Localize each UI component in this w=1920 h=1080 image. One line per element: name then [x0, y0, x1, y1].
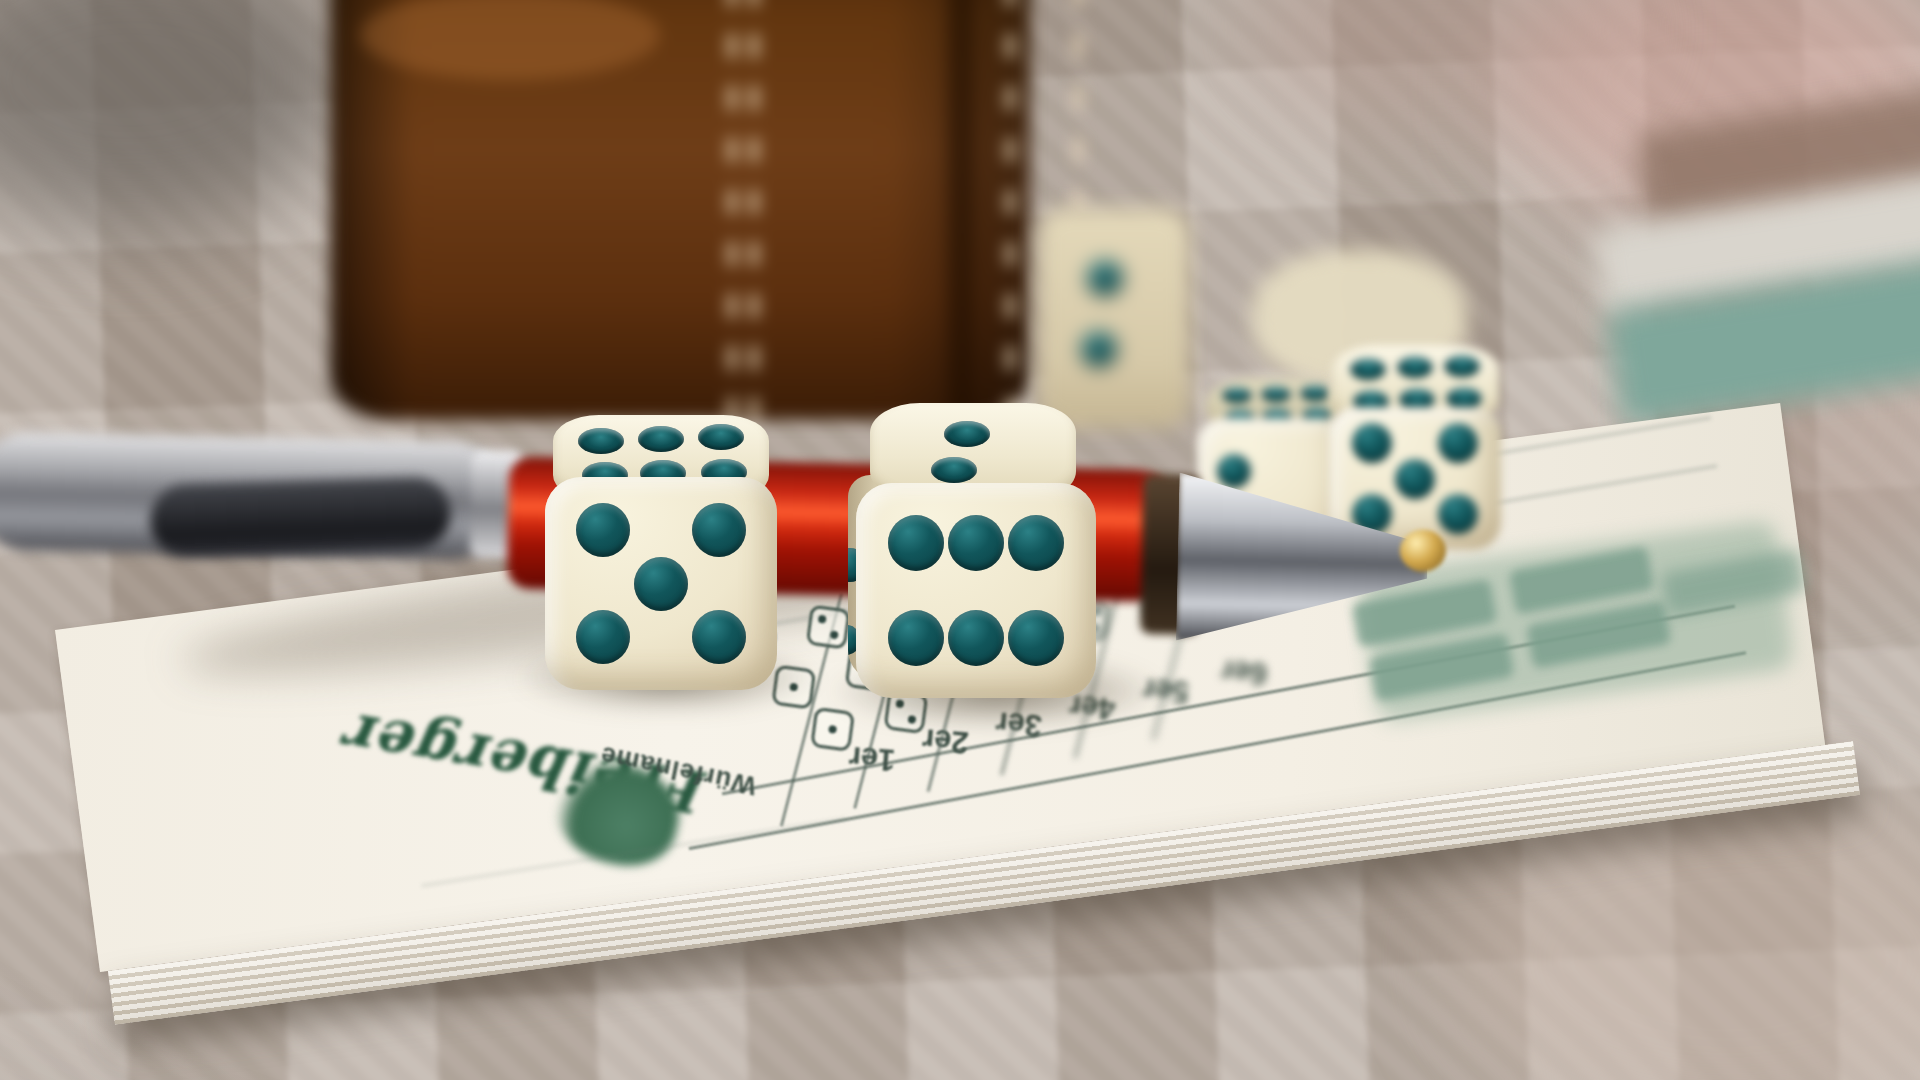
die-pip [1395, 459, 1435, 499]
die-pip [1008, 515, 1064, 571]
die-pip [1446, 387, 1482, 409]
cup-stitch-line [728, 0, 736, 420]
die-pip [948, 610, 1004, 666]
die-pip [1167, 606, 1176, 615]
die-pip [1438, 423, 1478, 463]
die-pip [1438, 494, 1478, 534]
scorepad-row-label: 6er [1219, 652, 1268, 692]
die-pip [1352, 494, 1392, 534]
die-front-face [856, 483, 1096, 698]
cup-sheen [360, 0, 660, 80]
die-face-icon [1143, 578, 1188, 623]
die-pip [1154, 595, 1163, 604]
die-pip [634, 557, 688, 611]
die-pip [576, 503, 630, 557]
die-pip [638, 426, 684, 452]
die-pip [1081, 331, 1117, 367]
die-pip [1261, 386, 1291, 402]
die-pip [698, 424, 744, 450]
die-pip [1350, 358, 1386, 380]
die-pip [1130, 546, 1139, 555]
cup-stitch-line [1006, 0, 1014, 420]
die-front-face [545, 477, 777, 690]
die-pip [692, 503, 746, 557]
die-pip [1352, 423, 1392, 463]
die-pip [1116, 553, 1125, 562]
die-pip [1117, 544, 1126, 553]
die-pip [576, 610, 630, 664]
cup-stitch-line [750, 0, 758, 420]
die-pip [1397, 356, 1433, 378]
die-pip [931, 457, 977, 483]
die-front-right [848, 403, 1096, 698]
die-pip [692, 610, 746, 664]
die-pip [1156, 587, 1165, 596]
dice-cup [330, 0, 1030, 420]
die-pip [1114, 562, 1123, 571]
die-pip [1128, 564, 1137, 573]
die-pip [1217, 454, 1251, 488]
die-mid-right [1325, 345, 1505, 550]
die-by-cup [1038, 208, 1190, 428]
die-pip [1153, 604, 1162, 613]
die-front-face [1329, 407, 1501, 550]
die-pip [1168, 597, 1177, 606]
die-front-left [545, 415, 777, 690]
die-pip [948, 515, 1004, 571]
die-pip [1169, 588, 1178, 597]
die-face [1038, 208, 1190, 428]
die-pip [1087, 260, 1123, 296]
die-pip [888, 610, 944, 666]
cup-seam [948, 0, 974, 420]
die-pip [578, 428, 624, 454]
die-pip [1444, 355, 1480, 377]
die-pip [944, 421, 990, 447]
die-pip [1008, 610, 1064, 666]
photo-scene-kniffel: Freiberger Würfelname 1er2er3er4er5er6er [0, 0, 1920, 1080]
die-pip [1232, 510, 1266, 544]
die-pip [1222, 387, 1252, 403]
die-pip [888, 515, 944, 571]
die-pip [1129, 555, 1138, 564]
die-face-icon [1104, 536, 1149, 581]
